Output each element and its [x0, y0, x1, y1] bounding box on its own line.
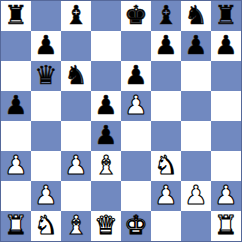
square-b6[interactable]: ♛ [31, 61, 61, 91]
square-c1[interactable]: ♝ [61, 211, 91, 241]
square-f7[interactable]: ♟ [151, 31, 181, 61]
square-g6[interactable] [181, 61, 211, 91]
square-a5[interactable]: ♟ [1, 91, 31, 121]
square-h3[interactable] [211, 151, 241, 181]
square-e8[interactable]: ♚ [121, 1, 151, 31]
square-g3[interactable] [181, 151, 211, 181]
square-g2[interactable]: ♟ [181, 181, 211, 211]
square-c4[interactable] [61, 121, 91, 151]
square-f3[interactable]: ♞ [151, 151, 181, 181]
square-a6[interactable] [1, 61, 31, 91]
square-f8[interactable]: ♝ [151, 1, 181, 31]
piece-black-bishop[interactable]: ♝ [154, 1, 177, 30]
square-d3[interactable]: ♝ [91, 151, 121, 181]
piece-white-knight[interactable]: ♞ [34, 211, 57, 240]
square-h4[interactable] [211, 121, 241, 151]
square-h2[interactable]: ♟ [211, 181, 241, 211]
square-f2[interactable]: ♟ [151, 181, 181, 211]
square-d4[interactable]: ♟ [91, 121, 121, 151]
square-a1[interactable]: ♜ [1, 211, 31, 241]
square-h1[interactable]: ♜ [211, 211, 241, 241]
piece-black-king[interactable]: ♚ [124, 1, 147, 30]
square-d5[interactable]: ♟ [91, 91, 121, 121]
piece-white-bishop[interactable]: ♝ [64, 211, 87, 240]
square-g7[interactable]: ♟ [181, 31, 211, 61]
piece-black-pawn[interactable]: ♟ [124, 61, 147, 90]
piece-white-pawn[interactable]: ♟ [34, 181, 57, 210]
piece-white-pawn[interactable]: ♟ [124, 91, 147, 120]
square-c7[interactable] [61, 31, 91, 61]
square-h5[interactable] [211, 91, 241, 121]
piece-white-rook[interactable]: ♜ [214, 211, 237, 240]
piece-black-rook[interactable]: ♜ [214, 1, 237, 30]
square-h6[interactable] [211, 61, 241, 91]
piece-black-queen[interactable]: ♛ [34, 61, 57, 90]
piece-white-knight[interactable]: ♞ [154, 151, 177, 180]
square-f1[interactable] [151, 211, 181, 241]
square-h7[interactable]: ♟ [211, 31, 241, 61]
piece-white-rook[interactable]: ♜ [4, 211, 27, 240]
square-f6[interactable] [151, 61, 181, 91]
square-d8[interactable] [91, 1, 121, 31]
square-a8[interactable]: ♜ [1, 1, 31, 31]
square-e5[interactable]: ♟ [121, 91, 151, 121]
piece-black-pawn[interactable]: ♟ [184, 31, 207, 60]
piece-black-knight[interactable]: ♞ [64, 61, 87, 90]
piece-white-pawn[interactable]: ♟ [184, 181, 207, 210]
square-a3[interactable]: ♟ [1, 151, 31, 181]
piece-black-pawn[interactable]: ♟ [214, 31, 237, 60]
square-e1[interactable]: ♚ [121, 211, 151, 241]
square-g5[interactable] [181, 91, 211, 121]
square-b8[interactable] [31, 1, 61, 31]
square-f4[interactable] [151, 121, 181, 151]
square-g8[interactable]: ♞ [181, 1, 211, 31]
piece-white-pawn[interactable]: ♟ [154, 181, 177, 210]
piece-white-bishop[interactable]: ♝ [94, 151, 117, 180]
square-b3[interactable] [31, 151, 61, 181]
square-d7[interactable] [91, 31, 121, 61]
square-c6[interactable]: ♞ [61, 61, 91, 91]
square-f5[interactable] [151, 91, 181, 121]
square-a7[interactable] [1, 31, 31, 61]
square-h8[interactable]: ♜ [211, 1, 241, 31]
piece-black-rook[interactable]: ♜ [4, 1, 27, 30]
square-g1[interactable] [181, 211, 211, 241]
chess-board: ♜♝♚♝♞♜♟♟♟♟♛♞♟♟♟♟♟♟♟♝♞♟♟♟♟♜♞♝♛♚♜ [0, 0, 242, 242]
piece-white-pawn[interactable]: ♟ [64, 151, 87, 180]
square-g4[interactable] [181, 121, 211, 151]
piece-black-pawn[interactable]: ♟ [94, 121, 117, 150]
square-a4[interactable] [1, 121, 31, 151]
square-e6[interactable]: ♟ [121, 61, 151, 91]
square-b5[interactable] [31, 91, 61, 121]
piece-white-pawn[interactable]: ♟ [4, 151, 27, 180]
piece-white-king[interactable]: ♚ [124, 211, 147, 240]
square-e2[interactable] [121, 181, 151, 211]
piece-black-pawn[interactable]: ♟ [94, 91, 117, 120]
square-d1[interactable]: ♛ [91, 211, 121, 241]
piece-black-knight[interactable]: ♞ [184, 1, 207, 30]
square-e3[interactable] [121, 151, 151, 181]
piece-black-pawn[interactable]: ♟ [4, 91, 27, 120]
square-c8[interactable]: ♝ [61, 1, 91, 31]
square-c5[interactable] [61, 91, 91, 121]
square-b7[interactable]: ♟ [31, 31, 61, 61]
square-e7[interactable] [121, 31, 151, 61]
square-d6[interactable] [91, 61, 121, 91]
piece-black-pawn[interactable]: ♟ [154, 31, 177, 60]
square-b4[interactable] [31, 121, 61, 151]
piece-white-pawn[interactable]: ♟ [214, 181, 237, 210]
square-b1[interactable]: ♞ [31, 211, 61, 241]
piece-black-pawn[interactable]: ♟ [34, 31, 57, 60]
square-a2[interactable] [1, 181, 31, 211]
square-c3[interactable]: ♟ [61, 151, 91, 181]
square-c2[interactable] [61, 181, 91, 211]
piece-black-bishop[interactable]: ♝ [64, 1, 87, 30]
square-b2[interactable]: ♟ [31, 181, 61, 211]
piece-white-queen[interactable]: ♛ [94, 211, 117, 240]
square-d2[interactable] [91, 181, 121, 211]
square-e4[interactable] [121, 121, 151, 151]
